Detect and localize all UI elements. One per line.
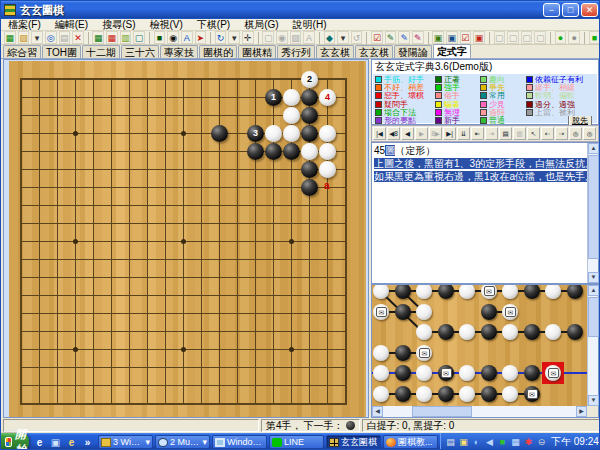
taskbar-button-圍棋教...[interactable]: 圍棋教... <box>383 435 438 449</box>
legend-checkbox[interactable] <box>375 84 382 91</box>
black-stone[interactable] <box>301 179 318 196</box>
legend-label: 手筋、好手 <box>384 75 424 83</box>
black-stone[interactable] <box>301 107 318 124</box>
quick-launch-icon[interactable]: e <box>65 436 78 449</box>
toolbar-button: ▢ <box>521 31 533 44</box>
legend-item: 緩手、稍緩 <box>526 83 596 91</box>
legend-label: 常用 <box>489 92 505 100</box>
minimize-button[interactable]: − <box>543 3 560 17</box>
toolbar-separator <box>428 32 429 44</box>
tree-node-black[interactable] <box>567 324 583 340</box>
comment-envelope-icon: ✉ <box>441 368 452 378</box>
legend-item: 上當、被利 <box>526 108 596 116</box>
legend-item: 常用 <box>480 92 526 100</box>
toolbar-button[interactable]: ↻ <box>215 31 227 44</box>
tenuki-cell: 脫先 <box>526 116 596 124</box>
toolbar-separator <box>88 32 89 44</box>
comment-envelope-icon: ✉ <box>527 389 538 399</box>
tree-node-black[interactable] <box>524 285 540 299</box>
tree-node-white[interactable] <box>373 345 389 361</box>
tree-hscrollbar[interactable]: ◀ ▶ <box>372 406 587 417</box>
status-captures: 白提子: 0, 黑提子: 0 <box>362 419 600 432</box>
nav-button[interactable]: ↖ <box>527 127 540 140</box>
tab-綜合習[interactable]: 綜合習 <box>3 45 41 58</box>
black-stone-move-1[interactable]: 1 <box>265 89 282 106</box>
folder-icon <box>101 438 111 447</box>
tree-node-white[interactable] <box>416 285 432 299</box>
legend-label: 強手 <box>444 83 460 91</box>
white-stone-move-4[interactable]: 4 <box>319 89 336 106</box>
white-stone[interactable] <box>283 125 300 142</box>
legend-item: 不好、稍差 <box>375 83 435 91</box>
legend-checkbox[interactable] <box>526 109 533 116</box>
menu-item[interactable]: 編輯(E) <box>48 19 95 31</box>
toolbar-separator <box>149 32 150 44</box>
legend-checkbox[interactable] <box>375 117 382 124</box>
legend-checkbox[interactable] <box>435 101 442 108</box>
legend-label: 依賴征子有利 <box>535 75 583 83</box>
black-stone[interactable] <box>283 143 300 160</box>
legend-item: 少見 <box>480 100 526 108</box>
tab-玄玄棋[interactable]: 玄玄棋 <box>316 45 354 58</box>
comment-envelope-icon: ✉ <box>376 307 387 317</box>
windows-logo-icon <box>5 437 12 447</box>
legend-checkbox[interactable] <box>435 76 442 83</box>
toolbar-button[interactable]: ▣ <box>432 31 444 44</box>
nav-button[interactable]: ⇤ <box>471 127 484 140</box>
tree-node-white[interactable] <box>459 324 475 340</box>
dictionary-title: 玄玄定式字典3.6(Demo版) <box>372 60 598 73</box>
tree-node-white[interactable] <box>502 386 518 402</box>
tree-node-black[interactable] <box>481 304 497 320</box>
menu-item[interactable]: 搜尋(S) <box>95 19 142 31</box>
nav-button[interactable]: ◀8 <box>387 127 400 140</box>
taskbar-button-label: 玄玄圍棋 <box>341 436 377 449</box>
tray-icon[interactable]: ■ <box>497 437 508 448</box>
menu-bar: 檔案(F)編輯(E)搜尋(S)檢視(V)下棋(P)棋局(G)說明(H) <box>1 19 600 31</box>
white-stone[interactable] <box>301 143 318 160</box>
tray-icon[interactable]: ✱ <box>523 437 534 448</box>
comment-line1-pre: 45 <box>374 145 385 156</box>
nav-button[interactable]: ▤ <box>499 127 512 140</box>
taskbar-button-Windows...[interactable]: Windows... <box>212 435 267 449</box>
tree-node-white[interactable] <box>545 285 561 299</box>
nav-button[interactable]: ⇊ <box>457 127 470 140</box>
taskbar-button-LINE[interactable]: LINE <box>269 435 324 449</box>
taskbar-button-label: 2 Muli... <box>170 437 200 447</box>
legend-checkbox[interactable] <box>480 92 487 99</box>
legend-label: 普通 <box>489 116 505 124</box>
comment-line1-post: （定形） <box>395 145 435 156</box>
white-stone[interactable] <box>319 161 336 178</box>
toolbar-button[interactable]: ▦ <box>106 31 118 44</box>
menu-item[interactable]: 說明(H) <box>286 19 334 31</box>
comment-scrollbar[interactable]: ▲ ▼ <box>587 143 598 283</box>
scroll-down-icon[interactable]: ▼ <box>588 272 599 283</box>
legend-checkbox[interactable] <box>480 84 487 91</box>
toolbar-button[interactable]: ● <box>555 31 567 44</box>
tray-icons: ▤▣◐◀■▦✱⊖ <box>445 437 547 448</box>
menu-item[interactable]: 棋局(G) <box>237 19 285 31</box>
toolbar-button[interactable]: ● <box>568 31 580 44</box>
black-stone-move-3[interactable]: 3 <box>247 125 264 142</box>
nav-button[interactable]: |◀ <box>373 127 386 140</box>
comment-line3: 如果黑更為重視右邊，黑1改在a位擋，也是先手。 <box>374 170 596 183</box>
comment-line1-selected: 圖 <box>385 145 395 156</box>
tray-icon[interactable]: ◐ <box>471 437 482 448</box>
quick-launch-icon[interactable]: » <box>81 436 94 449</box>
goban[interactable]: 2143a <box>9 61 366 417</box>
legend-checkbox[interactable] <box>375 109 382 116</box>
white-stone[interactable] <box>283 89 300 106</box>
legend-checkbox[interactable] <box>526 92 533 99</box>
comment-panel[interactable]: 45圖（定形） 上圖之後，黑留有1、3的定形手段，白無法反抗。 如果黑更為重視右… <box>371 142 599 284</box>
scroll-thumb[interactable] <box>412 406 472 417</box>
legend-checkbox[interactable] <box>480 76 487 83</box>
tree-node-black[interactable] <box>481 365 497 381</box>
taskbar-button-label: 3 Wind... <box>113 437 143 447</box>
tree-node-white[interactable] <box>373 386 389 402</box>
legend-grid: 手筋、好手正著趣向依賴征子有利不好、稍差強手爭先緩手、稍緩惡手、壞棋俗手常用軟弱… <box>373 74 597 123</box>
tab-玄玄棋[interactable]: 玄玄棋 <box>355 45 393 58</box>
tree-node-white[interactable] <box>416 304 432 320</box>
tray-icon[interactable]: ◀ <box>484 437 495 448</box>
legend-item: 疑問手 <box>375 100 435 108</box>
legend-label: 緩手、稍緩 <box>535 83 575 91</box>
legend-label: 不好、稍差 <box>384 83 424 91</box>
app-icon <box>4 4 16 16</box>
status-spacer <box>3 419 259 432</box>
tree-node-white[interactable] <box>416 324 432 340</box>
comment-envelope-icon: ✉ <box>484 286 495 296</box>
white-stone-move-2[interactable]: 2 <box>301 71 318 88</box>
toolbar-button: ▢ <box>494 31 506 44</box>
star-point <box>181 347 186 352</box>
app-window: 玄玄圍棋 −□✕ 檔案(F)編輯(E)搜尋(S)檢視(V)下棋(P)棋局(G)說… <box>0 0 600 450</box>
black-stone[interactable] <box>265 143 282 160</box>
comment-envelope-icon: ✉ <box>548 368 559 378</box>
tree-node-white[interactable] <box>545 324 561 340</box>
black-stone[interactable] <box>301 89 318 106</box>
legend-item: 騙著 <box>435 100 480 108</box>
toolbar-button: ▢ <box>534 31 546 44</box>
toolbar-button[interactable]: ◆ <box>324 31 336 44</box>
tree-node-black[interactable] <box>481 386 497 402</box>
tree-node-black[interactable] <box>395 365 411 381</box>
legend-item: 軟弱、偏軟 <box>526 92 596 100</box>
nav-button[interactable]: ◀ <box>401 127 414 140</box>
legend-label: 無理 <box>444 108 460 116</box>
taskbar-button-label: LINE <box>284 437 304 447</box>
nav-button[interactable]: ◎ <box>583 127 596 140</box>
toolbar-button[interactable]: A <box>181 31 193 44</box>
black-stone[interactable] <box>301 161 318 178</box>
legend-checkbox[interactable] <box>435 92 442 99</box>
tree-node-black[interactable] <box>567 285 583 299</box>
legend-label: 場合下法 <box>384 108 416 116</box>
taskbar-button-label: 圍棋教... <box>398 436 433 449</box>
legend-item: 正著 <box>435 75 480 83</box>
legend-checkbox[interactable] <box>375 92 382 99</box>
legend-item: 普通 <box>480 116 526 124</box>
quick-launch: e▣e» <box>29 436 98 449</box>
legend-label: 趣向 <box>489 75 505 83</box>
taskbar-button-3 Wind...[interactable]: 3 Wind...▾ <box>98 435 153 449</box>
tree-node-black[interactable] <box>395 304 411 320</box>
toolbar-button[interactable]: ✎ <box>385 31 397 44</box>
legend-label: 爭先 <box>489 83 505 91</box>
legend-item: 無理 <box>435 108 480 116</box>
nav-button: ▶ <box>415 127 428 140</box>
white-stone[interactable] <box>319 125 336 142</box>
legend-item: 新手 <box>435 116 480 124</box>
legend-item: 場合下法 <box>375 108 435 116</box>
legend-label: 騙著 <box>444 100 460 108</box>
nav-button: ⇥ <box>485 127 498 140</box>
legend-label: 少見 <box>489 100 505 108</box>
line-icon <box>272 438 282 447</box>
star-point <box>289 239 294 244</box>
tree-node-white[interactable] <box>502 365 518 381</box>
board-label-a[interactable]: a <box>324 180 330 191</box>
legend-item: 惡手、壞棋 <box>375 92 435 100</box>
tree-node-black[interactable] <box>524 365 540 381</box>
legend-panel: 玄玄定式字典3.6(Demo版) 手筋、好手正著趣向依賴征子有利不好、稍差強手爭… <box>371 59 599 125</box>
tree-node-white[interactable] <box>459 365 475 381</box>
toolbar-button[interactable]: ■ <box>589 31 600 44</box>
toolbar-button[interactable]: ✛ <box>242 31 254 44</box>
tree-node-white[interactable] <box>373 365 389 381</box>
tree-node-black[interactable] <box>395 386 411 402</box>
tray-icon[interactable]: ▤ <box>445 437 456 448</box>
task-buttons: 3 Wind...▾2 Muli...▾Windows...LINE玄玄圍棋圍棋… <box>98 435 440 449</box>
board-panel: 2143a <box>3 59 369 418</box>
star-point <box>181 239 186 244</box>
tab-圍棋精[interactable]: 圍棋精 <box>238 45 276 58</box>
status-move: 第4手， 下一手： <box>261 419 360 432</box>
goboard-icon <box>329 438 339 447</box>
toolbar-separator <box>319 32 320 44</box>
legend-label: 俗手 <box>444 92 460 100</box>
comment-envelope-icon: ✉ <box>419 348 430 358</box>
legend-label: 新手 <box>444 116 460 124</box>
legend-checkbox[interactable] <box>480 101 487 108</box>
toolbar-button[interactable]: ✎ <box>412 31 424 44</box>
tab-TOH圍[interactable]: TOH圍 <box>42 45 81 58</box>
tree-vscrollbar[interactable]: ▲ ▼ <box>587 285 598 406</box>
tree-node-black[interactable] <box>438 324 454 340</box>
scroll-thumb[interactable] <box>588 155 599 259</box>
tree-node-black[interactable] <box>395 345 411 361</box>
tray-icon[interactable]: ▣ <box>458 437 469 448</box>
toolbar-button[interactable]: ▦ <box>92 31 104 44</box>
tab-十二期[interactable]: 十二期 <box>82 45 120 58</box>
comment-envelope-icon: ✉ <box>505 307 516 317</box>
toolbar-button: ▢ <box>262 31 274 44</box>
tree-node-white[interactable] <box>416 365 432 381</box>
star-point <box>181 131 186 136</box>
tenuki-button[interactable]: 脫先 <box>568 116 592 124</box>
comment-line1: 45圖（定形） <box>374 144 596 157</box>
users-icon <box>158 438 168 447</box>
tree-node-white[interactable] <box>416 386 432 402</box>
nav-button: 8▶ <box>429 127 442 140</box>
toolbar-button[interactable]: ▾ <box>228 31 240 44</box>
toolbar-button: ▢ <box>507 31 519 44</box>
tree-node-white[interactable] <box>459 386 475 402</box>
legend-item: 形的要點 <box>375 116 435 124</box>
status-bar: 第4手， 下一手： 白提子: 0, 黑提子: 0 <box>1 418 600 433</box>
firefox-icon <box>386 438 396 447</box>
tree-node-black[interactable] <box>524 324 540 340</box>
scroll-left-icon[interactable]: ◀ <box>372 406 383 417</box>
menu-item[interactable]: 下棋(P) <box>190 19 237 31</box>
legend-checkbox[interactable] <box>526 101 533 108</box>
legend-checkbox[interactable] <box>526 76 533 83</box>
tab-發陽論[interactable]: 發陽論 <box>394 45 432 58</box>
legend-label: 軟弱、偏軟 <box>535 92 575 100</box>
white-stone[interactable] <box>265 125 282 142</box>
legend-item: 依賴征子有利 <box>526 75 596 83</box>
toolbar-button[interactable]: ▾ <box>31 31 43 44</box>
nav-button[interactable]: ⇠ <box>541 127 554 140</box>
legend-checkbox[interactable] <box>480 117 487 124</box>
tab-秀行列[interactable]: 秀行列 <box>277 45 315 58</box>
legend-checkbox[interactable] <box>435 109 442 116</box>
toolbar-button[interactable]: ☑ <box>371 31 383 44</box>
next-move-label: 下一手： <box>304 420 344 432</box>
quick-launch-icon[interactable]: e <box>33 436 46 449</box>
tree-node-black[interactable] <box>438 386 454 402</box>
star-point <box>289 347 294 352</box>
comment-line2: 上圖之後，黑留有1、3的定形手段，白無法反抗。 <box>374 157 596 170</box>
nav-button: ▥ <box>513 127 526 140</box>
game-tree[interactable]: ✉✉✉✉✉✉✉ <box>372 285 587 406</box>
menu-item[interactable]: 檢視(V) <box>142 19 189 31</box>
tree-node-white[interactable] <box>502 285 518 299</box>
black-stone[interactable] <box>301 125 318 142</box>
book-tabs: 綜合習TOH圍十二期三十六專家技圍棋的圍棋精秀行列玄玄棋玄玄棋發陽論定式字 <box>1 45 600 59</box>
star-point <box>73 239 78 244</box>
toolbar-button[interactable]: ➤ <box>195 31 207 44</box>
star-point <box>73 347 78 352</box>
toolbar-button[interactable]: ▨ <box>18 31 30 44</box>
scroll-thumb[interactable] <box>588 297 599 337</box>
toolbar-button[interactable]: ▥ <box>120 31 132 44</box>
legend-checkbox[interactable] <box>435 117 442 124</box>
toolbar-separator <box>584 32 585 44</box>
legend-checkbox[interactable] <box>435 84 442 91</box>
legend-item: 俗手 <box>435 92 480 100</box>
white-stone[interactable] <box>283 107 300 124</box>
toolbar-button[interactable]: ◎ <box>45 31 57 44</box>
taskbar-clock: 下午 09:24 <box>549 435 600 449</box>
taskbar-button-玄玄圍棋[interactable]: 玄玄圍棋 <box>326 435 381 449</box>
dropdown-arrow-icon[interactable]: ▾ <box>145 437 150 447</box>
tree-node-black[interactable] <box>395 285 411 299</box>
menu-item[interactable]: 檔案(F) <box>1 19 48 31</box>
main-toolbar: ▦▨▾◎▤✕▦▦▥▢■◉A➤↻▾✛▢◉▨A◆▾↺☑✎✎✎▣▣☑▣▢▢▢▢●●■ <box>1 31 600 45</box>
toolbar-button[interactable]: ▣ <box>446 31 458 44</box>
legend-checkbox[interactable] <box>375 101 382 108</box>
toolbar-button[interactable]: ▦ <box>4 31 16 44</box>
toolbar-button[interactable]: ☑ <box>460 31 472 44</box>
toolbar-button[interactable]: ▾ <box>337 31 349 44</box>
system-tray: ▤▣◐◀■▦✱⊖ 下午 09:24 <box>440 433 600 450</box>
nav-button[interactable]: ⇢ <box>555 127 568 140</box>
tree-node-black[interactable] <box>438 285 454 299</box>
toolbar-button[interactable]: ■ <box>154 31 166 44</box>
legend-checkbox[interactable] <box>375 76 382 83</box>
next-move-stone-icon <box>346 421 355 430</box>
scroll-up-icon[interactable]: ▲ <box>588 143 599 154</box>
toolbar-separator <box>258 32 259 44</box>
legend-label: 形的要點 <box>384 116 416 124</box>
toolbar-button: ↺ <box>351 31 363 44</box>
tab-專家技[interactable]: 專家技 <box>160 45 198 58</box>
tab-圍棋的[interactable]: 圍棋的 <box>199 45 237 58</box>
toolbar-button: ◉ <box>276 31 288 44</box>
start-button[interactable]: 開始 <box>1 433 29 450</box>
navigation-toolbar: |◀◀8◀▶8▶▶|⇊⇤⇥▤▥↖⇠⇢◎◎ <box>371 125 599 142</box>
legend-label: 疑問手 <box>384 100 408 108</box>
title-bar[interactable]: 玄玄圍棋 −□✕ <box>1 1 600 19</box>
tree-node-white[interactable] <box>502 324 518 340</box>
black-stone[interactable] <box>247 143 264 160</box>
toolbar-button[interactable]: ▢ <box>133 31 145 44</box>
taskbar-button-label: Windows... <box>227 437 264 447</box>
scroll-down-icon[interactable]: ▼ <box>588 395 599 406</box>
scroll-up-icon[interactable]: ▲ <box>588 285 599 296</box>
maximize-button[interactable]: □ <box>562 3 579 17</box>
legend-label: 過分、過強 <box>535 100 575 108</box>
legend-label: 正著 <box>444 75 460 83</box>
tab-三十六[interactable]: 三十六 <box>121 45 159 58</box>
quick-launch-icon[interactable]: ▣ <box>49 436 62 449</box>
right-column: 玄玄定式字典3.6(Demo版) 手筋、好手正著趣向依賴征子有利不好、稍差強手爭… <box>371 59 599 418</box>
monitor-icon <box>215 438 225 447</box>
toolbar-button: ▨ <box>290 31 302 44</box>
tab-定式字[interactable]: 定式字 <box>433 44 471 58</box>
toolbar-separator <box>550 32 551 44</box>
legend-item: 手筋、好手 <box>375 75 435 83</box>
window-title: 玄玄圍棋 <box>20 3 64 18</box>
taskbar-button-2 Muli...[interactable]: 2 Muli...▾ <box>155 435 210 449</box>
toolbar-button[interactable]: ✕ <box>72 31 84 44</box>
scroll-right-icon[interactable]: ▶ <box>576 406 587 417</box>
white-stone[interactable] <box>319 143 336 160</box>
dropdown-arrow-icon[interactable]: ▾ <box>202 437 207 447</box>
tray-icon[interactable]: ▦ <box>510 437 521 448</box>
nav-button[interactable]: ▶| <box>443 127 456 140</box>
close-button[interactable]: ✕ <box>581 3 598 17</box>
star-point <box>73 131 78 136</box>
legend-checkbox[interactable] <box>480 109 487 116</box>
toolbar-button: ▤ <box>59 31 71 44</box>
taskbar: 開始 e▣e» 3 Wind...▾2 Muli...▾Windows...LI… <box>1 433 600 450</box>
window-controls: −□✕ <box>543 3 598 17</box>
black-stone[interactable] <box>211 125 228 142</box>
toolbar-button[interactable]: ✎ <box>398 31 410 44</box>
toolbar-separator <box>489 32 490 44</box>
nav-button[interactable]: ◎ <box>569 127 582 140</box>
toolbar-button[interactable]: ▣ <box>473 31 485 44</box>
toolbar-button[interactable]: ◉ <box>167 31 179 44</box>
legend-checkbox[interactable] <box>526 84 533 91</box>
tree-node-white[interactable] <box>459 285 475 299</box>
tray-icon[interactable]: ⊖ <box>536 437 547 448</box>
tree-node-black[interactable] <box>481 324 497 340</box>
